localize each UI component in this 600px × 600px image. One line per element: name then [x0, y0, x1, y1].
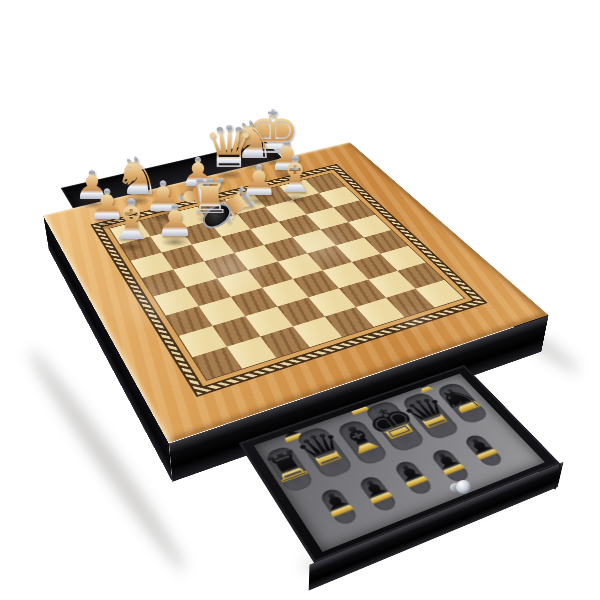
chess-box: ♟♟♝♜♛♝♚♛♞♟♟♟♟♟	[43, 142, 548, 443]
foam-slot	[392, 459, 435, 497]
black-pawn-stored: ♟	[425, 446, 474, 481]
foam-slot	[363, 400, 427, 453]
foam-slot	[357, 474, 400, 513]
foam-slot	[462, 433, 505, 468]
black-pawn-stored: ♟	[388, 458, 437, 494]
foam-slot	[295, 426, 355, 480]
foam-slot	[318, 487, 360, 527]
black-pawn-stored: ♟	[352, 473, 401, 510]
black-pawn-stored: ♟	[458, 432, 506, 466]
board-grid-8x8	[109, 173, 466, 381]
scene-3d: ♟♟♝♜♛♝♚♛♞♟♟♟♟♟	[0, 0, 600, 600]
foam-slot	[429, 447, 472, 484]
black-king-stored: ♚	[356, 398, 429, 449]
inlay-inner-margin	[100, 169, 476, 389]
black-queen-stored: ♛	[287, 424, 357, 476]
black-pawn-stored: ♟	[313, 485, 362, 524]
chess-set-product-photo: ♟♟♝♜♛♝♚♛♞♟♟♟♟♟ ♟♟♞♝♟♟♟♜♛♞♚♟♝♟♟♜	[0, 0, 600, 600]
black-queen-stored: ♛	[393, 389, 463, 437]
